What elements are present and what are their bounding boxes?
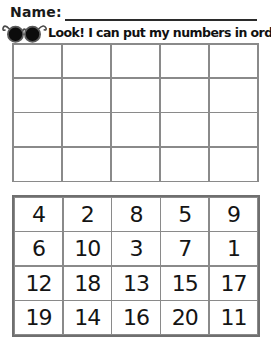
number-cell: 19 xyxy=(15,301,62,334)
number-cell: 11 xyxy=(210,301,257,334)
number-cell: 3 xyxy=(112,232,159,265)
answer-cell[interactable] xyxy=(112,79,160,112)
answer-cell[interactable] xyxy=(14,79,62,112)
sunglasses-icon xyxy=(2,21,47,44)
answer-cell[interactable] xyxy=(63,148,111,181)
numbers-grid: 4 2 8 5 9 6 10 3 7 1 12 18 13 15 17 19 1… xyxy=(12,195,260,337)
number-cell: 1 xyxy=(210,232,257,265)
number-cell: 13 xyxy=(112,267,159,300)
answer-grid xyxy=(12,43,259,182)
answer-cell[interactable] xyxy=(63,113,111,146)
number-cell: 16 xyxy=(112,301,159,334)
name-label: Name: xyxy=(10,3,62,21)
answer-cell[interactable] xyxy=(161,45,209,78)
number-cell: 18 xyxy=(64,267,111,300)
answer-cell[interactable] xyxy=(14,45,62,78)
answer-cell[interactable] xyxy=(161,113,209,146)
number-cell: 20 xyxy=(161,301,208,334)
number-cell: 4 xyxy=(15,198,62,231)
answer-cell[interactable] xyxy=(14,148,62,181)
number-cell: 17 xyxy=(210,267,257,300)
answer-cell[interactable] xyxy=(14,113,62,146)
answer-cell[interactable] xyxy=(210,79,258,112)
answer-cell[interactable] xyxy=(210,45,258,78)
number-cell: 9 xyxy=(210,198,257,231)
number-cell: 2 xyxy=(64,198,111,231)
instruction-text: Look! I can put my numbers in order! xyxy=(48,25,271,40)
number-cell: 5 xyxy=(161,198,208,231)
answer-cell[interactable] xyxy=(63,45,111,78)
number-cell: 15 xyxy=(161,267,208,300)
answer-cell[interactable] xyxy=(161,148,209,181)
number-cell: 10 xyxy=(64,232,111,265)
answer-cell[interactable] xyxy=(63,79,111,112)
number-cell: 6 xyxy=(15,232,62,265)
name-row: Name: xyxy=(10,3,257,21)
answer-cell[interactable] xyxy=(161,79,209,112)
answer-cell[interactable] xyxy=(210,148,258,181)
name-input-line[interactable] xyxy=(65,3,257,21)
number-cell: 12 xyxy=(15,267,62,300)
number-cell: 14 xyxy=(64,301,111,334)
answer-cell[interactable] xyxy=(112,45,160,78)
number-cell: 8 xyxy=(112,198,159,231)
instruction-row: Look! I can put my numbers in order! xyxy=(2,21,271,44)
answer-cell[interactable] xyxy=(210,113,258,146)
number-cell: 7 xyxy=(161,232,208,265)
answer-cell[interactable] xyxy=(112,148,160,181)
answer-cell[interactable] xyxy=(112,113,160,146)
